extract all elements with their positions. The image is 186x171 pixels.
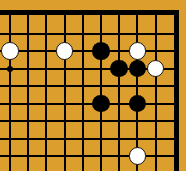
grid-line-v-3 <box>64 10 66 171</box>
black-stone-P14 <box>92 95 110 113</box>
star-point-K16 <box>7 66 13 72</box>
grid-line-v-5 <box>100 10 102 171</box>
black-stone-P17 <box>92 42 110 60</box>
white-stone-R17 <box>129 42 147 60</box>
go-board[interactable] <box>0 0 186 171</box>
grid-line-v-1 <box>27 10 29 171</box>
white-stone-K17 <box>1 42 19 60</box>
white-stone-N17 <box>56 42 74 60</box>
white-stone-S16 <box>147 60 165 78</box>
grid-line-v-0 <box>9 10 11 171</box>
black-stone-Q16 <box>110 60 128 78</box>
grid-line-v-2 <box>45 10 47 171</box>
grid-line-v-6 <box>118 10 120 171</box>
white-stone-R11 <box>129 147 147 165</box>
black-stone-R14 <box>129 95 147 113</box>
black-stone-R16 <box>129 60 147 78</box>
grid-line-v-4 <box>82 10 84 171</box>
grid-line-v-9 <box>174 10 179 171</box>
go-board-screenshot <box>0 0 186 171</box>
grid-line-v-8 <box>155 10 157 171</box>
